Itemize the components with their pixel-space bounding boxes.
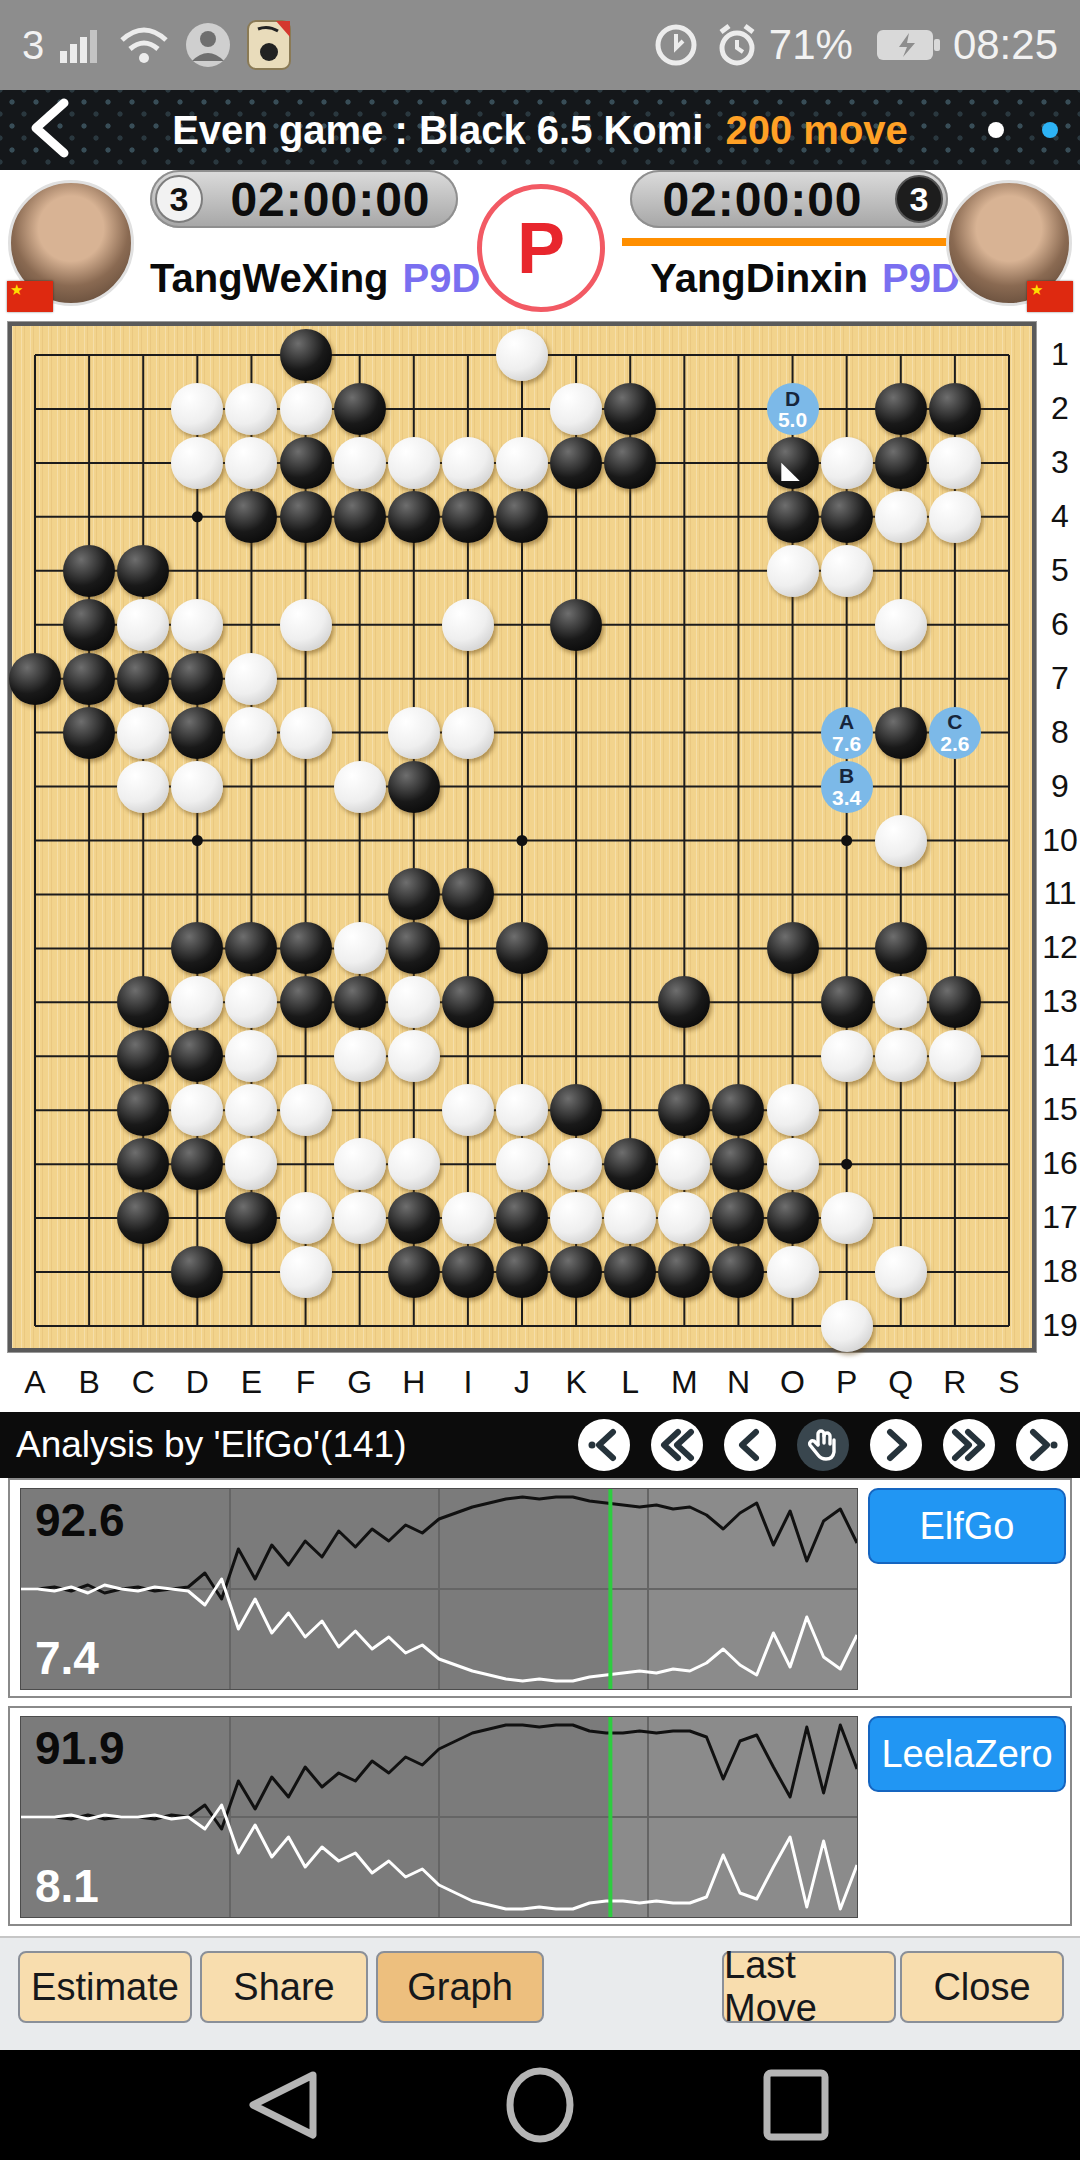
stone-black-I4 [442, 491, 494, 543]
stone-white-O5 [767, 545, 819, 597]
row-label-1: 1 [1040, 336, 1080, 373]
stone-white-D3 [171, 437, 223, 489]
col-label-O: O [771, 1364, 815, 1401]
android-nav-bar [0, 2050, 1080, 2160]
col-label-H: H [392, 1364, 436, 1401]
col-label-G: G [338, 1364, 382, 1401]
stone-black-D8 [171, 707, 223, 759]
col-label-S: S [987, 1364, 1031, 1401]
stone-black-L18 [604, 1246, 656, 1298]
stone-white-F2 [280, 383, 332, 435]
stone-white-E7 [225, 653, 277, 705]
stone-white-C8 [117, 707, 169, 759]
winrate-graph-leelazero[interactable]: 91.9 8.1 [20, 1716, 858, 1918]
stone-white-F17 [280, 1192, 332, 1244]
fast-forward-button[interactable] [943, 1419, 995, 1471]
row-label-10: 10 [1040, 822, 1080, 859]
col-label-D: D [175, 1364, 219, 1401]
stone-black-R2 [929, 383, 981, 435]
col-label-B: B [67, 1364, 111, 1401]
col-label-A: A [13, 1364, 57, 1401]
stone-white-P19 [821, 1300, 873, 1352]
player-black-name: TangWeXingP9D [150, 256, 470, 301]
row-label-14: 14 [1040, 1037, 1080, 1074]
stone-white-Q4 [875, 491, 927, 543]
col-label-M: M [662, 1364, 706, 1401]
status-bar: 3 71% 08:25 [0, 0, 1080, 90]
stone-black-G2 [334, 383, 386, 435]
stone-black-H12 [388, 922, 440, 974]
clock-black: 3 02:00:00 [150, 170, 458, 228]
stone-white-D9 [171, 761, 223, 813]
wifi-icon [118, 24, 170, 66]
black-winrate-value: 92.6 [35, 1493, 125, 1547]
stone-white-G16 [334, 1138, 386, 1190]
stone-black-H18 [388, 1246, 440, 1298]
stone-white-P17 [821, 1192, 873, 1244]
flag-china-right: ★ [1027, 281, 1073, 312]
col-label-P: P [825, 1364, 869, 1401]
stone-black-Q8 [875, 707, 927, 759]
stone-black-F12 [280, 922, 332, 974]
header: Even game : Black 6.5 Komi 200 move [0, 90, 1080, 170]
recents-square-icon [767, 2073, 825, 2137]
winrate-graph-elfgo[interactable]: 92.6 7.4 [20, 1488, 858, 1690]
black-winrate-value: 91.9 [35, 1721, 125, 1775]
stone-black-H17 [388, 1192, 440, 1244]
clock-white: 02:00:00 3 [630, 170, 948, 228]
stone-white-G17 [334, 1192, 386, 1244]
col-label-J: J [500, 1364, 544, 1401]
stone-white-H3 [388, 437, 440, 489]
stone-black-Q2 [875, 383, 927, 435]
stone-black-K15 [550, 1084, 602, 1136]
stone-black-C17 [117, 1192, 169, 1244]
stone-black-O17 [767, 1192, 819, 1244]
stone-white-Q10 [875, 815, 927, 867]
suggestion-marker-D[interactable]: D5.0 [767, 383, 819, 435]
hand-button[interactable] [797, 1419, 849, 1471]
battery-percent: 71% [769, 21, 853, 69]
stone-black-L16 [604, 1138, 656, 1190]
stone-white-O18 [767, 1246, 819, 1298]
white-winrate-value: 8.1 [35, 1859, 99, 1913]
stone-black-C5 [117, 545, 169, 597]
flag-china-left: ★ [7, 281, 53, 312]
stone-black-E4 [225, 491, 277, 543]
stone-black-B8 [63, 707, 115, 759]
col-label-L: L [608, 1364, 652, 1401]
last-move-marker [780, 461, 802, 483]
time-white: 02:00:00 [630, 172, 895, 227]
stone-black-L2 [604, 383, 656, 435]
analysis-panel-elfgo: 92.6 7.4 ElfGo [8, 1478, 1072, 1698]
notification-count: 3 [22, 23, 44, 68]
suggestion-marker-B[interactable]: B3.4 [821, 761, 873, 813]
stone-white-E2 [225, 383, 277, 435]
signal-bars-icon [58, 25, 104, 65]
suggestion-marker-A[interactable]: A7.6 [821, 707, 873, 759]
stone-white-P5 [821, 545, 873, 597]
stone-black-J4 [496, 491, 548, 543]
stone-white-J15 [496, 1084, 548, 1136]
pass-badge: P [477, 184, 605, 312]
row-label-12: 12 [1040, 929, 1080, 966]
row-label-3: 3 [1040, 444, 1080, 481]
analysis-toolbar: Analysis by 'ElfGo'(141) [0, 1412, 1080, 1478]
analysis-title: Analysis by 'ElfGo'(141) [16, 1424, 406, 1466]
stone-black-F13 [280, 976, 332, 1028]
stone-white-I15 [442, 1084, 494, 1136]
stone-white-J1 [496, 329, 548, 381]
profile-icon [184, 21, 232, 69]
stone-white-C9 [117, 761, 169, 813]
stone-black-B6 [63, 599, 115, 651]
stone-white-I17 [442, 1192, 494, 1244]
stone-black-P4 [821, 491, 873, 543]
time-black: 02:00:00 [203, 172, 458, 227]
stone-white-J3 [496, 437, 548, 489]
stone-white-P14 [821, 1030, 873, 1082]
go-board[interactable]: D5.0A7.6B3.4C2.6 [8, 322, 1036, 1352]
players-bar: ★ 3 02:00:00 P 02:00:00 3 TangWeXingP9D … [0, 170, 1080, 322]
stone-white-G14 [334, 1030, 386, 1082]
engine-button-leelazero[interactable]: LeelaZero [868, 1716, 1066, 1792]
stone-black-I11 [442, 868, 494, 920]
stone-black-O3 [767, 437, 819, 489]
stone-black-K6 [550, 599, 602, 651]
col-label-K: K [554, 1364, 598, 1401]
stone-white-Q6 [875, 599, 927, 651]
stone-black-P13 [821, 976, 873, 1028]
stone-white-O15 [767, 1084, 819, 1136]
row-label-4: 4 [1040, 498, 1080, 535]
avatar-white-player[interactable]: ★ [946, 180, 1072, 306]
forward-button[interactable] [870, 1419, 922, 1471]
stone-white-D2 [171, 383, 223, 435]
graph-button[interactable]: Graph [376, 1951, 544, 2023]
stone-white-H13 [388, 976, 440, 1028]
stone-white-Q14 [875, 1030, 927, 1082]
stone-white-D6 [171, 599, 223, 651]
row-label-6: 6 [1040, 606, 1080, 643]
app-screen: 3 71% 08:25 [0, 0, 1080, 2160]
stone-black-I13 [442, 976, 494, 1028]
page-indicator[interactable] [950, 122, 1058, 138]
stone-black-K18 [550, 1246, 602, 1298]
col-label-R: R [933, 1364, 977, 1401]
row-label-7: 7 [1040, 660, 1080, 697]
page-title: Even game : Black 6.5 Komi [172, 108, 703, 153]
badge-white-count: 3 [895, 175, 943, 223]
stone-white-O16 [767, 1138, 819, 1190]
stone-white-R3 [929, 437, 981, 489]
suggestion-marker-C[interactable]: C2.6 [929, 707, 981, 759]
share-button[interactable]: Share [200, 1951, 368, 2023]
badge-black-count: 3 [155, 175, 203, 223]
row-label-18: 18 [1040, 1253, 1080, 1290]
stone-white-G9 [334, 761, 386, 813]
stone-white-L17 [604, 1192, 656, 1244]
to-end-button[interactable] [1016, 1419, 1068, 1471]
stone-black-F3 [280, 437, 332, 489]
stone-white-Q13 [875, 976, 927, 1028]
stone-white-F15 [280, 1084, 332, 1136]
page-dot-2[interactable] [1042, 122, 1058, 138]
back-button[interactable] [724, 1419, 776, 1471]
to-start-button[interactable] [578, 1419, 630, 1471]
row-label-11: 11 [1040, 875, 1080, 912]
row-label-16: 16 [1040, 1145, 1080, 1182]
home-circle-icon [510, 2071, 570, 2139]
white-winrate-value: 7.4 [35, 1631, 99, 1685]
row-label-8: 8 [1040, 714, 1080, 751]
back-triangle-icon [253, 2075, 313, 2135]
player-white-name: YangDinxinP9D [640, 256, 970, 301]
col-label-Q: Q [879, 1364, 923, 1401]
stone-black-D18 [171, 1246, 223, 1298]
stone-white-G3 [334, 437, 386, 489]
stone-black-D7 [171, 653, 223, 705]
col-label-N: N [716, 1364, 760, 1401]
row-label-17: 17 [1040, 1199, 1080, 1236]
row-label-19: 19 [1040, 1307, 1080, 1344]
stone-black-B5 [63, 545, 115, 597]
stone-black-B7 [63, 653, 115, 705]
fast-back-button[interactable] [651, 1419, 703, 1471]
stone-white-F8 [280, 707, 332, 759]
stone-black-J12 [496, 922, 548, 974]
col-label-E: E [229, 1364, 273, 1401]
engine-button-elfgo[interactable]: ElfGo [868, 1488, 1066, 1564]
stone-black-H4 [388, 491, 440, 543]
stone-white-E3 [225, 437, 277, 489]
stone-black-F1 [280, 329, 332, 381]
stone-white-H14 [388, 1030, 440, 1082]
data-usage-icon [653, 22, 699, 68]
stone-white-K2 [550, 383, 602, 435]
stone-black-H9 [388, 761, 440, 813]
stone-black-G13 [334, 976, 386, 1028]
page-dot-1[interactable] [988, 122, 1004, 138]
stone-white-H8 [388, 707, 440, 759]
close-button[interactable]: Close [900, 1951, 1064, 2023]
row-label-2: 2 [1040, 390, 1080, 427]
stone-black-M18 [658, 1246, 710, 1298]
footer-toolbar: Estimate Share Graph Last Move Close [0, 1936, 1080, 2050]
row-label-13: 13 [1040, 983, 1080, 1020]
stone-white-G12 [334, 922, 386, 974]
stone-white-F6 [280, 599, 332, 651]
stone-white-R4 [929, 491, 981, 543]
stone-black-Q3 [875, 437, 927, 489]
player-black-rank: P9D [403, 256, 481, 300]
stone-white-K17 [550, 1192, 602, 1244]
estimate-button[interactable]: Estimate [18, 1951, 192, 2023]
app-icon [246, 19, 292, 71]
stone-black-L3 [604, 437, 656, 489]
stone-black-J17 [496, 1192, 548, 1244]
stone-white-F18 [280, 1246, 332, 1298]
stone-white-C6 [117, 599, 169, 651]
last-move-button[interactable]: Last Move [722, 1951, 896, 2023]
stone-white-I3 [442, 437, 494, 489]
battery-charging-icon [875, 26, 945, 64]
stone-black-H11 [388, 868, 440, 920]
analysis-nav [557, 1419, 1068, 1471]
stone-white-P3 [821, 437, 873, 489]
active-turn-underline [622, 238, 952, 246]
stone-black-F4 [280, 491, 332, 543]
stone-white-J16 [496, 1138, 548, 1190]
avatar-black-player[interactable]: ★ [8, 180, 134, 306]
stone-black-C16 [117, 1138, 169, 1190]
stone-black-R13 [929, 976, 981, 1028]
stone-white-I8 [442, 707, 494, 759]
stone-white-K16 [550, 1138, 602, 1190]
stone-black-J18 [496, 1246, 548, 1298]
clock-time: 08:25 [953, 21, 1058, 69]
stone-black-I18 [442, 1246, 494, 1298]
stone-black-K3 [550, 437, 602, 489]
row-label-5: 5 [1040, 552, 1080, 589]
stone-black-O12 [767, 922, 819, 974]
col-label-F: F [284, 1364, 328, 1401]
stone-white-R14 [929, 1030, 981, 1082]
stone-black-O4 [767, 491, 819, 543]
analysis-panel-leelazero: 91.9 8.1 LeelaZero [8, 1706, 1072, 1926]
stone-black-A7 [9, 653, 61, 705]
alarm-icon [713, 22, 761, 68]
stone-white-E8 [225, 707, 277, 759]
stone-black-C7 [117, 653, 169, 705]
col-label-I: I [446, 1364, 490, 1401]
stone-white-H16 [388, 1138, 440, 1190]
stone-black-G4 [334, 491, 386, 543]
row-label-15: 15 [1040, 1091, 1080, 1128]
stone-white-Q18 [875, 1246, 927, 1298]
stone-white-I6 [442, 599, 494, 651]
row-label-9: 9 [1040, 768, 1080, 805]
col-label-C: C [121, 1364, 165, 1401]
move-count-label: 200 move [725, 108, 907, 153]
stone-black-Q12 [875, 922, 927, 974]
